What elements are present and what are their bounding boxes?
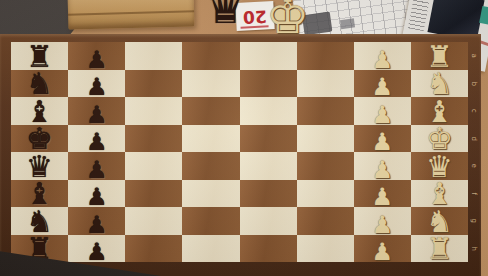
square-g7: ♟ xyxy=(68,207,125,235)
photo-of-chess-board: 20 ♛ ♚ ♜♟♟♜♞♟♟♞♝♟♟♝♚♟♟♚♛♟♟♛♝♟♟♝♞♟♟♞♜♟♟♜ … xyxy=(0,0,488,276)
square-g2: ♟ xyxy=(354,207,411,235)
square-h5 xyxy=(182,235,239,263)
square-f8: ♝ xyxy=(11,180,68,208)
piece-white-queen: ♛ xyxy=(426,152,453,182)
piece-white-bishop: ♝ xyxy=(426,179,453,209)
square-c8: ♝ xyxy=(11,97,68,125)
white-spare-piece: ♚ xyxy=(266,0,309,40)
piece-black-bishop: ♝ xyxy=(26,179,53,209)
square-c5 xyxy=(182,97,239,125)
square-g8: ♞ xyxy=(11,207,68,235)
square-b2: ♟ xyxy=(354,70,411,98)
square-c4 xyxy=(240,97,297,125)
piece-white-pawn: ♟ xyxy=(372,103,394,127)
square-e3 xyxy=(297,152,354,180)
square-h8: ♜ xyxy=(11,235,68,263)
square-g5 xyxy=(182,207,239,235)
square-e4 xyxy=(240,152,297,180)
piece-white-rook: ♜ xyxy=(426,234,453,264)
square-c1: ♝ xyxy=(411,97,468,125)
square-e2: ♟ xyxy=(354,152,411,180)
square-c3 xyxy=(297,97,354,125)
score-sheet-print-block xyxy=(340,18,355,29)
box-lid-line xyxy=(68,11,194,16)
piece-white-pawn: ♟ xyxy=(372,240,394,264)
square-e7: ♟ xyxy=(68,152,125,180)
square-b6 xyxy=(125,70,182,98)
square-g3 xyxy=(297,207,354,235)
square-f1: ♝ xyxy=(411,180,468,208)
square-e6 xyxy=(125,152,182,180)
piece-black-king: ♚ xyxy=(26,124,53,154)
square-f7: ♟ xyxy=(68,180,125,208)
square-f2: ♟ xyxy=(354,180,411,208)
square-a7: ♟ xyxy=(68,42,125,70)
piece-white-rook: ♜ xyxy=(426,42,453,72)
square-f5 xyxy=(182,180,239,208)
square-a2: ♟ xyxy=(354,42,411,70)
square-g6 xyxy=(125,207,182,235)
square-a5 xyxy=(182,42,239,70)
board-number: 20 xyxy=(243,7,268,25)
piece-white-pawn: ♟ xyxy=(372,185,394,209)
square-d8: ♚ xyxy=(11,125,68,153)
square-h1: ♜ xyxy=(411,235,468,263)
piece-black-pawn: ♟ xyxy=(86,75,108,99)
square-d1: ♚ xyxy=(411,125,468,153)
square-b7: ♟ xyxy=(68,70,125,98)
piece-black-pawn: ♟ xyxy=(86,103,108,127)
square-d4 xyxy=(240,125,297,153)
square-e8: ♛ xyxy=(11,152,68,180)
piece-black-pawn: ♟ xyxy=(86,130,108,154)
square-e5 xyxy=(182,152,239,180)
wooden-piece-box xyxy=(68,0,195,30)
piece-black-pawn: ♟ xyxy=(86,213,108,237)
black-spare-piece: ♛ xyxy=(205,0,246,30)
square-a1: ♜ xyxy=(411,42,468,70)
piece-white-pawn: ♟ xyxy=(372,213,394,237)
square-b3 xyxy=(297,70,354,98)
square-h2: ♟ xyxy=(354,235,411,263)
square-b4 xyxy=(240,70,297,98)
square-c7: ♟ xyxy=(68,97,125,125)
square-h7: ♟ xyxy=(68,235,125,263)
square-a8: ♜ xyxy=(11,42,68,70)
square-c2: ♟ xyxy=(354,97,411,125)
piece-white-pawn: ♟ xyxy=(372,48,394,72)
piece-black-knight: ♞ xyxy=(26,207,53,237)
square-d7: ♟ xyxy=(68,125,125,153)
square-a4 xyxy=(240,42,297,70)
square-c6 xyxy=(125,97,182,125)
square-b8: ♞ xyxy=(11,70,68,98)
piece-white-knight: ♞ xyxy=(426,69,453,99)
square-g4 xyxy=(240,207,297,235)
piece-black-rook: ♜ xyxy=(26,42,53,72)
piece-black-pawn: ♟ xyxy=(86,240,108,264)
piece-black-pawn: ♟ xyxy=(86,158,108,182)
piece-white-bishop: ♝ xyxy=(426,97,453,127)
frame-file-labels: abcdefgh xyxy=(469,42,480,262)
board-grid: ♜♟♟♜♞♟♟♞♝♟♟♝♚♟♟♚♛♟♟♛♝♟♟♝♞♟♟♞♜♟♟♜ xyxy=(11,42,468,262)
square-a6 xyxy=(125,42,182,70)
square-h4 xyxy=(240,235,297,263)
square-e1: ♛ xyxy=(411,152,468,180)
piece-black-knight: ♞ xyxy=(26,69,53,99)
piece-black-pawn: ♟ xyxy=(86,48,108,72)
square-b1: ♞ xyxy=(411,70,468,98)
square-d2: ♟ xyxy=(354,125,411,153)
square-d3 xyxy=(297,125,354,153)
piece-white-pawn: ♟ xyxy=(372,130,394,154)
square-h6 xyxy=(125,235,182,263)
square-h3 xyxy=(297,235,354,263)
chess-board: ♜♟♟♜♞♟♟♞♝♟♟♝♚♟♟♚♛♟♟♛♝♟♟♝♞♟♟♞♜♟♟♜ abcdefg… xyxy=(0,34,481,276)
square-f3 xyxy=(297,180,354,208)
square-a3 xyxy=(297,42,354,70)
piece-black-pawn: ♟ xyxy=(86,185,108,209)
piece-white-pawn: ♟ xyxy=(372,158,394,182)
piece-white-knight: ♞ xyxy=(426,207,453,237)
piece-black-bishop: ♝ xyxy=(26,97,53,127)
square-f6 xyxy=(125,180,182,208)
square-g1: ♞ xyxy=(411,207,468,235)
piece-black-rook: ♜ xyxy=(26,234,53,264)
square-f4 xyxy=(240,180,297,208)
square-d5 xyxy=(182,125,239,153)
square-d6 xyxy=(125,125,182,153)
piece-black-queen: ♛ xyxy=(26,152,53,182)
piece-white-king: ♚ xyxy=(426,124,453,154)
piece-white-pawn: ♟ xyxy=(372,75,394,99)
square-b5 xyxy=(182,70,239,98)
